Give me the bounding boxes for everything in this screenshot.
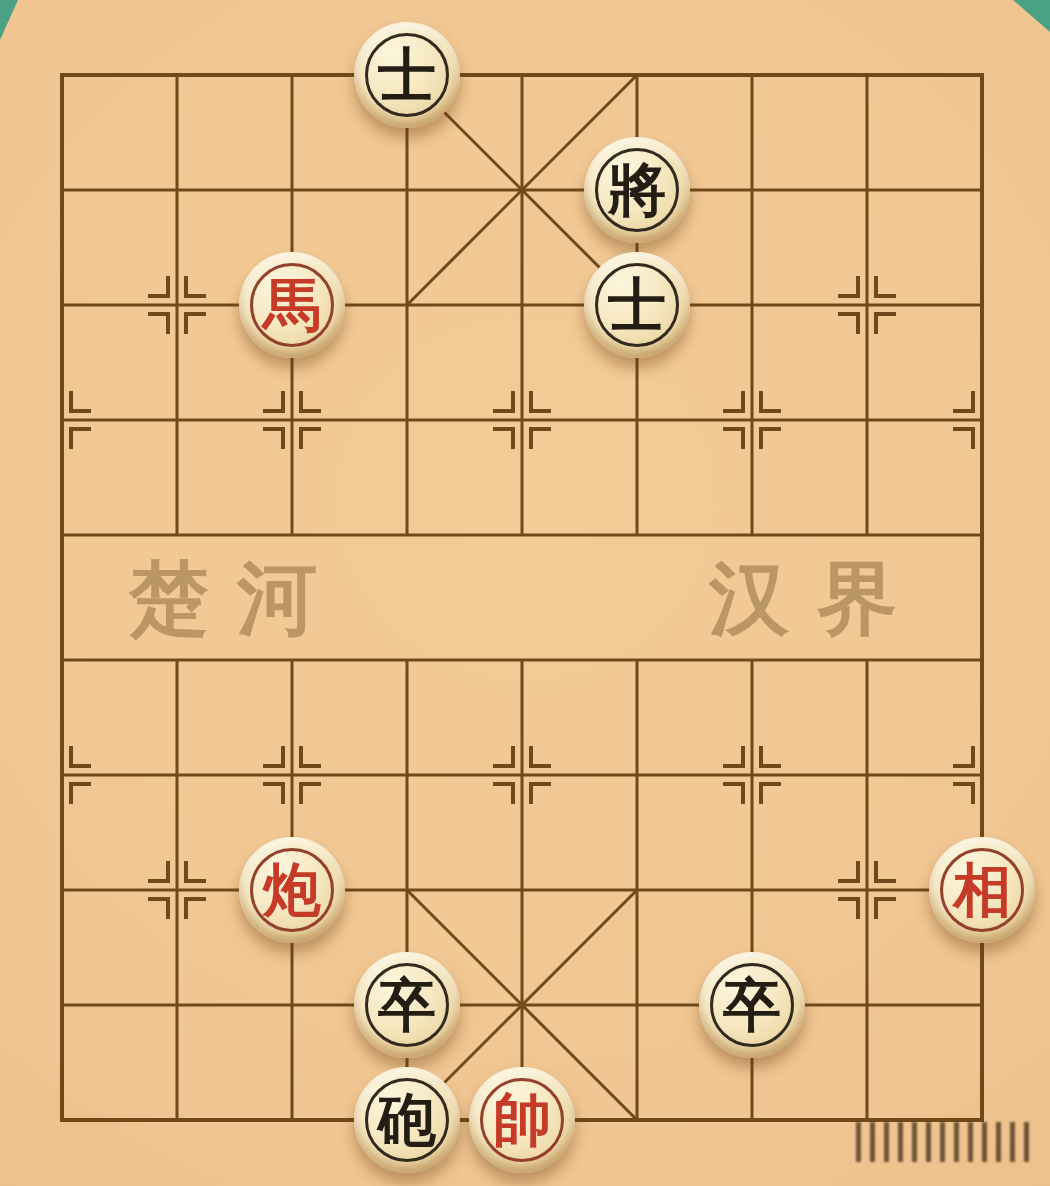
- piece-black-soldier[interactable]: 卒: [354, 952, 460, 1058]
- piece-ring: [595, 148, 679, 232]
- piece-black-soldier[interactable]: 卒: [699, 952, 805, 1058]
- piece-red-horse[interactable]: 馬: [239, 252, 345, 358]
- watermark: [856, 1122, 1036, 1162]
- piece-black-general[interactable]: 將: [584, 137, 690, 243]
- piece-ring: [250, 848, 334, 932]
- piece-ring: [365, 33, 449, 117]
- piece-ring: [480, 1078, 564, 1162]
- piece-ring: [940, 848, 1024, 932]
- piece-red-elephant[interactable]: 相: [929, 837, 1035, 943]
- piece-black-advisor[interactable]: 士: [354, 22, 460, 128]
- piece-black-advisor[interactable]: 士: [584, 252, 690, 358]
- xiangqi-app-screen: 楚河 汉界 士將馬士炮相卒卒砲帥: [0, 0, 1050, 1186]
- piece-ring: [710, 963, 794, 1047]
- piece-ring: [595, 263, 679, 347]
- board[interactable]: 士將馬士炮相卒卒砲帥: [5, 18, 1040, 1178]
- piece-ring: [250, 263, 334, 347]
- piece-ring: [365, 1078, 449, 1162]
- piece-black-cannon[interactable]: 砲: [354, 1067, 460, 1173]
- piece-red-cannon[interactable]: 炮: [239, 837, 345, 943]
- piece-ring: [365, 963, 449, 1047]
- piece-red-general[interactable]: 帥: [469, 1067, 575, 1173]
